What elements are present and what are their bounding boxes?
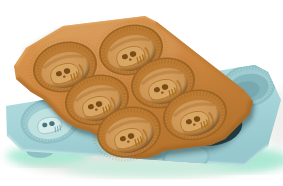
- product-photo: [0, 0, 283, 186]
- scene-svg: [0, 0, 283, 186]
